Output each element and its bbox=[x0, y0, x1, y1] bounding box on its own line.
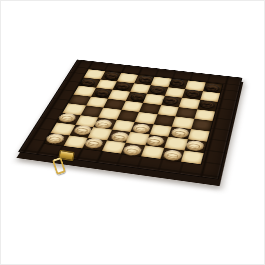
checker-piece-light-man[interactable]: ⛀ bbox=[45, 133, 66, 144]
checker-piece-dark-man[interactable]: ⛂ bbox=[198, 100, 216, 110]
checker-piece-dark-man[interactable]: ⛂ bbox=[161, 96, 179, 106]
square-h1[interactable] bbox=[180, 150, 203, 164]
brass-clasp bbox=[53, 149, 79, 175]
checker-piece-dark-man[interactable]: ⛂ bbox=[168, 78, 186, 87]
checkers-set-photo: ⛂⛂⛂⛂⛂⛂⛂⛂⛂⛂⛂⛂⛀⛀⛀⛀⛀⛀⛀⛀⛀⛀⛀⛀ bbox=[0, 0, 265, 265]
checker-piece-light-man[interactable]: ⛀ bbox=[84, 137, 105, 149]
checker-piece-light-man[interactable]: ⛀ bbox=[57, 113, 77, 123]
